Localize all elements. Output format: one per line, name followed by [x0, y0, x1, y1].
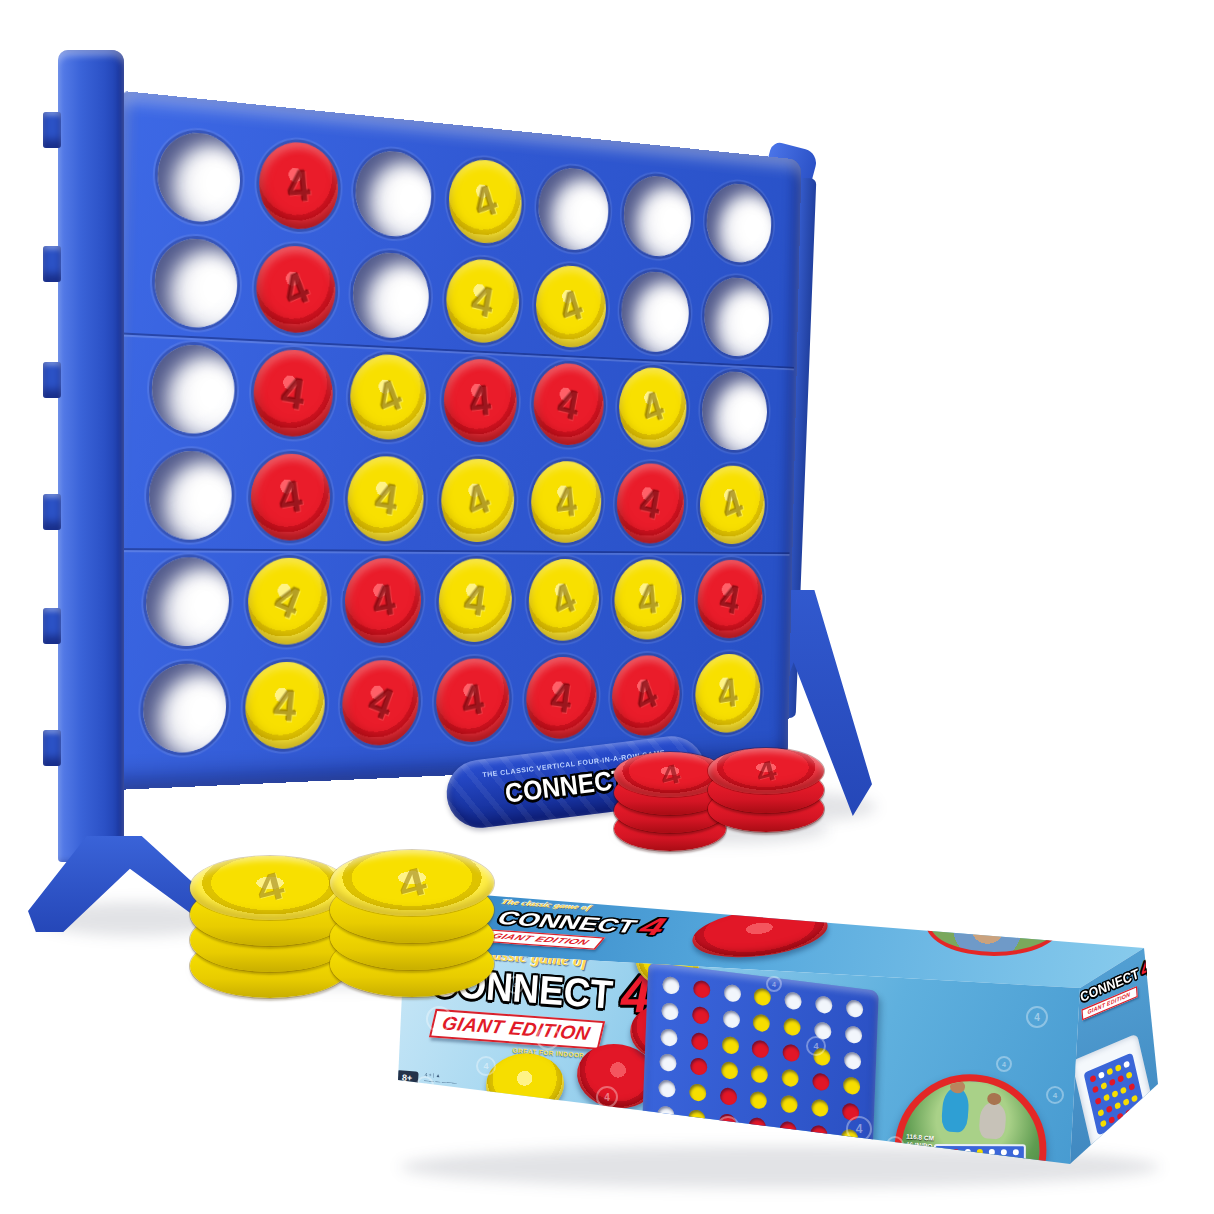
- mini-empty-hole: [659, 1053, 677, 1072]
- cell-r1c3: [346, 139, 442, 248]
- mini-red-disc: [1117, 1112, 1124, 1120]
- mini-yellow-disc: [751, 1065, 769, 1084]
- disc-numeral: 4: [637, 578, 660, 621]
- grass: [889, 1193, 1052, 1214]
- disc-numeral: 4: [638, 481, 664, 525]
- mini-yellow-disc: [989, 1158, 995, 1164]
- mini-empty-hole: [846, 999, 864, 1018]
- cell-r1c6: [615, 164, 700, 267]
- mini-yellow-disc: [1100, 1120, 1107, 1128]
- measurement-side: 116.8 CM 46 IN/PO: [905, 1133, 934, 1151]
- cell-r3c7: [693, 362, 775, 459]
- mini-red-disc: [783, 1043, 801, 1062]
- cell-r6c7: 4: [686, 646, 768, 742]
- cell-r4c6: 4: [608, 454, 693, 551]
- measurement-bottom: 122 CM 48 IN/PO: [955, 1198, 983, 1214]
- cell-r4c4: 4: [431, 449, 523, 550]
- mini-red-disc: [810, 1124, 828, 1143]
- cell-r3c5: 4: [524, 353, 613, 454]
- mini-red-disc: [965, 1191, 971, 1197]
- empty-hole: [148, 450, 233, 540]
- cell-r6c3: 4: [332, 651, 428, 756]
- disc-numeral: 4: [272, 683, 299, 728]
- mini-yellow-disc: [1112, 1090, 1119, 1098]
- disc-numeral: 4: [285, 163, 312, 208]
- cell-r1c2: 4: [248, 129, 348, 241]
- disc-numeral: 4: [468, 379, 493, 423]
- yellow-disc: 4: [347, 455, 425, 541]
- board-grid: 4444444444444444444444444444: [132, 119, 779, 763]
- cell-r5c2: 4: [237, 549, 337, 654]
- mini-yellow-disc: [1120, 1086, 1127, 1094]
- mini-red-disc: [1094, 1097, 1101, 1105]
- mini-red-disc: [691, 1031, 709, 1050]
- empty-hole: [703, 276, 769, 358]
- mini-red-disc: [977, 1166, 983, 1172]
- cell-r5c5: 4: [519, 551, 608, 650]
- cell-r5c4: 4: [429, 550, 522, 651]
- mini-empty-hole: [658, 1079, 676, 1098]
- box-top-logo: The classic game of CONNECT 4 GIANT EDIT…: [479, 898, 674, 954]
- cell-r3c6: 4: [610, 358, 695, 457]
- mini-red-disc: [989, 1191, 995, 1197]
- rail-notch: [43, 608, 61, 644]
- cell-r4c5: 4: [521, 452, 610, 551]
- mini-red-disc: [690, 1057, 708, 1076]
- red-disc: 4: [258, 139, 339, 232]
- cell-r4c1: [138, 441, 243, 549]
- mini-red-disc: [842, 1102, 860, 1121]
- cell-r1c4: 4: [439, 148, 531, 255]
- yellow-disc: 4: [438, 559, 513, 643]
- mini-red-disc: [1134, 1105, 1141, 1113]
- empty-hole: [145, 557, 230, 646]
- mini-empty-hole: [722, 1010, 740, 1029]
- mini-yellow-disc: [781, 1095, 799, 1114]
- red-disc: 4: [532, 362, 604, 446]
- red-disc: 4: [342, 660, 420, 747]
- mini-red-disc: [719, 1087, 737, 1106]
- red-disc: 4: [435, 658, 510, 743]
- pattern-circle-4: 4: [566, 1126, 582, 1142]
- disc-numeral: 4: [371, 372, 407, 421]
- logo-number: 4: [1138, 957, 1153, 979]
- mini-yellow-disc: [1097, 1108, 1104, 1116]
- mini-empty-hole: [1013, 1149, 1019, 1155]
- disc-numeral: 4: [460, 677, 487, 723]
- mini-red-disc: [718, 1113, 736, 1132]
- cell-r1c1: [147, 119, 251, 233]
- right-mini-board: [1083, 1053, 1146, 1136]
- rail-notch: [43, 494, 61, 530]
- mini-red-disc: [1125, 1109, 1132, 1117]
- disc-numeral: 4: [370, 577, 398, 624]
- cell-r2c3: [343, 241, 439, 348]
- yellow-disc: 4: [527, 559, 599, 641]
- empty-hole: [157, 129, 242, 224]
- mini-yellow-disc: [1131, 1094, 1138, 1102]
- empty-hole: [142, 663, 227, 754]
- disc-numeral: 4: [279, 369, 308, 417]
- cell-r5c7: 4: [689, 552, 771, 647]
- disc-numeral: 4: [363, 678, 399, 727]
- disc-numeral: 4: [630, 672, 662, 719]
- mini-yellow-disc: [965, 1166, 971, 1172]
- mini-red-disc: [953, 1149, 959, 1155]
- cell-r2c5: 4: [526, 255, 615, 358]
- box-top-photo-inset: [926, 892, 1062, 956]
- yellow-disc: 4: [694, 653, 761, 733]
- yellow-loose-disc: 4: [190, 856, 350, 920]
- mini-red-disc: [1129, 1083, 1136, 1091]
- logo-number: 4: [636, 914, 670, 939]
- mini-yellow-disc: [784, 1017, 802, 1036]
- red-disc: 4: [525, 656, 597, 740]
- cell-r5c3: 4: [335, 549, 431, 652]
- empty-hole: [623, 173, 692, 258]
- cell-r5c1: [135, 548, 240, 656]
- yellow-disc: 4: [247, 558, 328, 646]
- mini-empty-hole: [965, 1149, 971, 1155]
- mini-yellow-disc: [688, 1109, 706, 1128]
- mini-yellow-disc: [813, 1047, 831, 1066]
- mini-yellow-disc: [782, 1069, 800, 1088]
- cell-r2c1: [144, 226, 248, 338]
- box-photo-mini-board: [642, 962, 879, 1162]
- cell-r6c1: [132, 654, 237, 763]
- mini-empty-hole: [785, 992, 803, 1011]
- disc-numeral: 4: [554, 480, 578, 524]
- empty-hole: [537, 165, 609, 252]
- empty-hole: [355, 148, 433, 239]
- mini-yellow-disc: [843, 1077, 861, 1096]
- product-box: The classic game of CONNECT 4 GIANT EDIT…: [386, 886, 1164, 1178]
- cell-r4c2: 4: [240, 444, 340, 550]
- kid-figure: [941, 1087, 970, 1133]
- mini-empty-hole: [941, 1149, 947, 1155]
- mini-empty-hole: [723, 984, 741, 1003]
- yellow-disc: 4: [699, 465, 766, 545]
- mini-empty-hole: [662, 976, 680, 995]
- mini-red-disc: [1013, 1183, 1019, 1189]
- disc-numeral: 4: [555, 283, 586, 330]
- mini-yellow-disc: [1123, 1098, 1130, 1106]
- mini-yellow-disc: [811, 1098, 829, 1117]
- mini-empty-hole: [941, 1191, 947, 1197]
- mini-red-disc: [989, 1166, 995, 1172]
- mini-yellow-disc: [1001, 1166, 1007, 1172]
- yellow-disc: 4: [350, 353, 428, 441]
- disc-numeral: 4: [278, 264, 315, 314]
- empty-hole: [701, 370, 768, 451]
- disc-numeral: 4: [469, 178, 502, 225]
- cell-r6c6: 4: [603, 647, 689, 745]
- cell-r5c6: 4: [605, 551, 690, 648]
- rail-notch: [43, 362, 61, 398]
- cell-r4c3: 4: [338, 447, 434, 550]
- mini-red-disc: [1089, 1075, 1096, 1083]
- mini-yellow-disc: [689, 1083, 707, 1102]
- mini-empty-hole: [1001, 1149, 1007, 1155]
- yellow-disc-stack: 4: [190, 856, 350, 986]
- red-loose-disc: 4: [708, 748, 824, 794]
- mini-red-disc: [1092, 1086, 1099, 1094]
- empty-hole: [151, 343, 236, 435]
- mini-yellow-disc: [1106, 1067, 1113, 1075]
- mini-red-disc: [953, 1157, 959, 1163]
- mini-yellow-disc: [1103, 1094, 1110, 1102]
- red-disc: 4: [616, 463, 685, 544]
- mini-empty-hole: [1001, 1158, 1007, 1164]
- pattern-circle-4: 4: [646, 1126, 666, 1146]
- product-photo-connect4-giant: 4444444444444444444444444444 THE CLASSIC…: [0, 0, 1214, 1214]
- cell-r3c2: 4: [243, 339, 343, 447]
- yellow-loose-disc: 4: [330, 850, 494, 916]
- yellow-disc-stack: 4: [330, 850, 494, 982]
- cell-r4c7: 4: [691, 457, 773, 552]
- mini-empty-hole: [941, 1157, 947, 1163]
- disc-numeral: 4: [461, 476, 495, 524]
- box-right-product-image: [1071, 1033, 1158, 1154]
- mini-empty-hole: [941, 1166, 947, 1172]
- yellow-disc: 4: [244, 661, 326, 750]
- inset-mini-board: [934, 1144, 1026, 1202]
- mini-red-disc: [812, 1073, 830, 1092]
- red-disc: 4: [344, 558, 422, 644]
- legal-small-print: 4 + | ▲—— — ———··· ···· ··: [423, 1072, 494, 1094]
- mini-empty-hole: [661, 1002, 679, 1021]
- board-left-rail: [58, 50, 124, 862]
- mini-yellow-disc: [977, 1149, 983, 1155]
- mini-yellow-disc: [721, 1035, 739, 1054]
- disc-numeral: 4: [269, 576, 306, 626]
- disc-numeral: 4: [555, 381, 582, 427]
- red-disc: 4: [696, 560, 763, 639]
- red-disc-stack: 4: [708, 748, 824, 832]
- cell-r2c2: 4: [246, 234, 346, 344]
- age-badge: 8+: [396, 1070, 419, 1086]
- disc-numeral: 4: [462, 578, 489, 623]
- mini-red-disc: [1109, 1079, 1116, 1087]
- red-disc: 4: [611, 655, 680, 737]
- empty-hole: [621, 270, 690, 354]
- mini-empty-hole: [844, 1051, 862, 1070]
- cell-r3c1: [141, 334, 246, 444]
- yellow-disc-on-box: [484, 1051, 566, 1118]
- red-disc: 4: [255, 243, 336, 334]
- mini-red-disc: [692, 1006, 710, 1025]
- disc-numeral: 4: [372, 476, 400, 522]
- mini-red-disc: [749, 1116, 767, 1135]
- cell-r1c5: [529, 156, 617, 261]
- kid-figure: [978, 1102, 1007, 1140]
- mini-yellow-disc: [1114, 1101, 1121, 1109]
- cell-r2c4: 4: [436, 248, 528, 353]
- mini-red-disc: [977, 1191, 983, 1197]
- mini-red-disc: [1001, 1191, 1007, 1197]
- cell-r6c2: 4: [234, 652, 335, 759]
- mini-yellow-disc: [1100, 1082, 1107, 1090]
- red-disc: 4: [443, 357, 518, 443]
- mini-empty-hole: [989, 1149, 995, 1155]
- mini-red-disc: [752, 1039, 770, 1058]
- disc-numeral: 4: [469, 278, 497, 325]
- yellow-disc: 4: [535, 263, 607, 349]
- disc-numeral: 4: [718, 482, 747, 527]
- disc-numeral: 4: [547, 576, 580, 624]
- mini-empty-hole: [815, 996, 833, 1015]
- mini-red-disc: [1106, 1105, 1113, 1113]
- box-photo-circle-inset: 116.8 CM 46 IN/PO 122 CM 48 IN/PO: [889, 1069, 1052, 1214]
- mini-yellow-disc: [1013, 1191, 1019, 1197]
- yellow-disc: 4: [614, 559, 683, 640]
- mini-yellow-disc: [977, 1158, 983, 1164]
- mini-yellow-disc: [750, 1091, 768, 1110]
- cell-r2c7: [695, 267, 777, 366]
- mini-empty-hole: [1098, 1071, 1105, 1079]
- mini-red-disc: [1108, 1116, 1115, 1124]
- mini-empty-hole: [657, 1105, 675, 1124]
- mini-red-disc: [953, 1166, 959, 1172]
- mini-yellow-disc: [720, 1061, 738, 1080]
- mini-empty-hole: [1013, 1158, 1019, 1164]
- mini-empty-hole: [814, 1021, 832, 1040]
- rail-notch: [43, 246, 61, 282]
- mini-yellow-disc: [754, 988, 772, 1007]
- disc-numeral: 4: [638, 385, 668, 431]
- connect4-board: 4444444444444444444444444444: [102, 91, 801, 791]
- mini-yellow-disc: [753, 1014, 771, 1033]
- yellow-disc: 4: [530, 460, 602, 543]
- yellow-disc: 4: [445, 257, 520, 345]
- yellow-disc: 4: [618, 366, 687, 449]
- mini-yellow-disc: [953, 1191, 959, 1197]
- red-disc-on-box-top: [690, 902, 831, 964]
- disc-numeral: 4: [717, 577, 742, 620]
- mini-red-disc: [693, 980, 711, 999]
- cell-r6c4: 4: [426, 650, 519, 752]
- cell-r2c6: [612, 261, 697, 362]
- mini-empty-hole: [660, 1028, 678, 1047]
- red-disc: 4: [252, 348, 333, 438]
- empty-hole: [352, 250, 430, 339]
- rail-notch: [43, 730, 61, 766]
- mini-yellow-disc: [1126, 1071, 1133, 1079]
- mini-yellow-disc: [1115, 1064, 1122, 1072]
- empty-hole: [706, 181, 772, 265]
- rail-notch: [43, 112, 61, 148]
- cell-r1c7: [698, 172, 780, 273]
- disc-numeral: 4: [548, 676, 574, 720]
- yellow-disc: 4: [448, 157, 523, 246]
- mini-empty-hole: [1013, 1166, 1019, 1172]
- red-disc: 4: [250, 453, 331, 541]
- cell-r3c3: 4: [340, 344, 436, 449]
- cell-r6c5: 4: [516, 648, 605, 748]
- mini-empty-hole: [1123, 1060, 1130, 1068]
- mini-yellow-disc: [841, 1128, 859, 1147]
- mini-empty-hole: [965, 1158, 971, 1164]
- mini-red-disc: [1117, 1075, 1124, 1083]
- disc-numeral: 4: [717, 672, 739, 715]
- cell-r3c4: 4: [434, 349, 526, 452]
- empty-hole: [154, 236, 239, 329]
- yellow-disc: 4: [440, 458, 515, 542]
- mini-empty-hole: [845, 1025, 863, 1044]
- disc-numeral: 4: [276, 473, 305, 521]
- mini-red-disc: [780, 1120, 798, 1139]
